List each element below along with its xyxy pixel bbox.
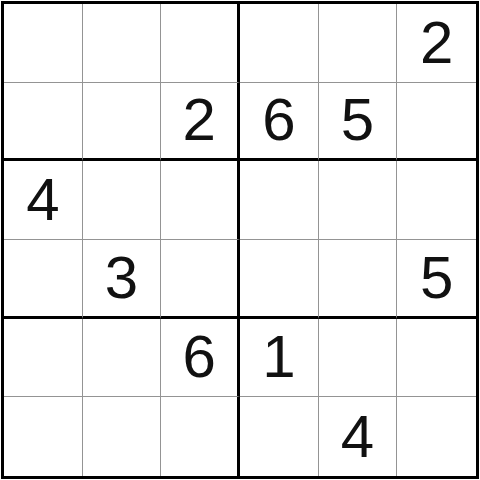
cell-r1c1-empty[interactable]: [4, 4, 83, 83]
cell-r1c6-given-digit: 2: [397, 4, 476, 83]
cell-r5c3-given-digit: 6: [161, 319, 240, 398]
cell-r2c6-empty[interactable]: [397, 83, 476, 162]
cell-r4c1-empty[interactable]: [4, 240, 83, 319]
cell-r6c1-empty[interactable]: [4, 397, 83, 476]
cell-r1c2-empty[interactable]: [83, 4, 162, 83]
cell-r3c5-empty[interactable]: [319, 161, 398, 240]
cell-r2c1-empty[interactable]: [4, 83, 83, 162]
cell-r4c2-given-digit: 3: [83, 240, 162, 319]
cell-r2c5-given-digit: 5: [319, 83, 398, 162]
cell-r2c4-given-digit: 6: [240, 83, 319, 162]
cell-r5c5-empty[interactable]: [319, 319, 398, 398]
cell-r4c4-empty[interactable]: [240, 240, 319, 319]
cell-r4c3-empty[interactable]: [161, 240, 240, 319]
cell-r6c6-empty[interactable]: [397, 397, 476, 476]
cell-r5c1-empty[interactable]: [4, 319, 83, 398]
cell-r5c6-empty[interactable]: [397, 319, 476, 398]
cell-r3c2-empty[interactable]: [83, 161, 162, 240]
cell-r6c4-empty[interactable]: [240, 397, 319, 476]
sudoku-board: 2265435614: [1, 1, 479, 479]
cell-r6c3-empty[interactable]: [161, 397, 240, 476]
cell-r4c5-empty[interactable]: [319, 240, 398, 319]
cell-r1c5-empty[interactable]: [319, 4, 398, 83]
cell-r3c6-empty[interactable]: [397, 161, 476, 240]
sudoku-page: 2265435614: [0, 0, 480, 480]
cell-r5c4-given-digit: 1: [240, 319, 319, 398]
cell-r6c5-given-digit: 4: [319, 397, 398, 476]
cell-r1c4-empty[interactable]: [240, 4, 319, 83]
cell-r5c2-empty[interactable]: [83, 319, 162, 398]
cell-r3c1-given-digit: 4: [4, 161, 83, 240]
cell-r4c6-given-digit: 5: [397, 240, 476, 319]
cell-r1c3-empty[interactable]: [161, 4, 240, 83]
cell-r3c3-empty[interactable]: [161, 161, 240, 240]
cell-r2c3-given-digit: 2: [161, 83, 240, 162]
cell-r2c2-empty[interactable]: [83, 83, 162, 162]
cell-r3c4-empty[interactable]: [240, 161, 319, 240]
cell-r6c2-empty[interactable]: [83, 397, 162, 476]
